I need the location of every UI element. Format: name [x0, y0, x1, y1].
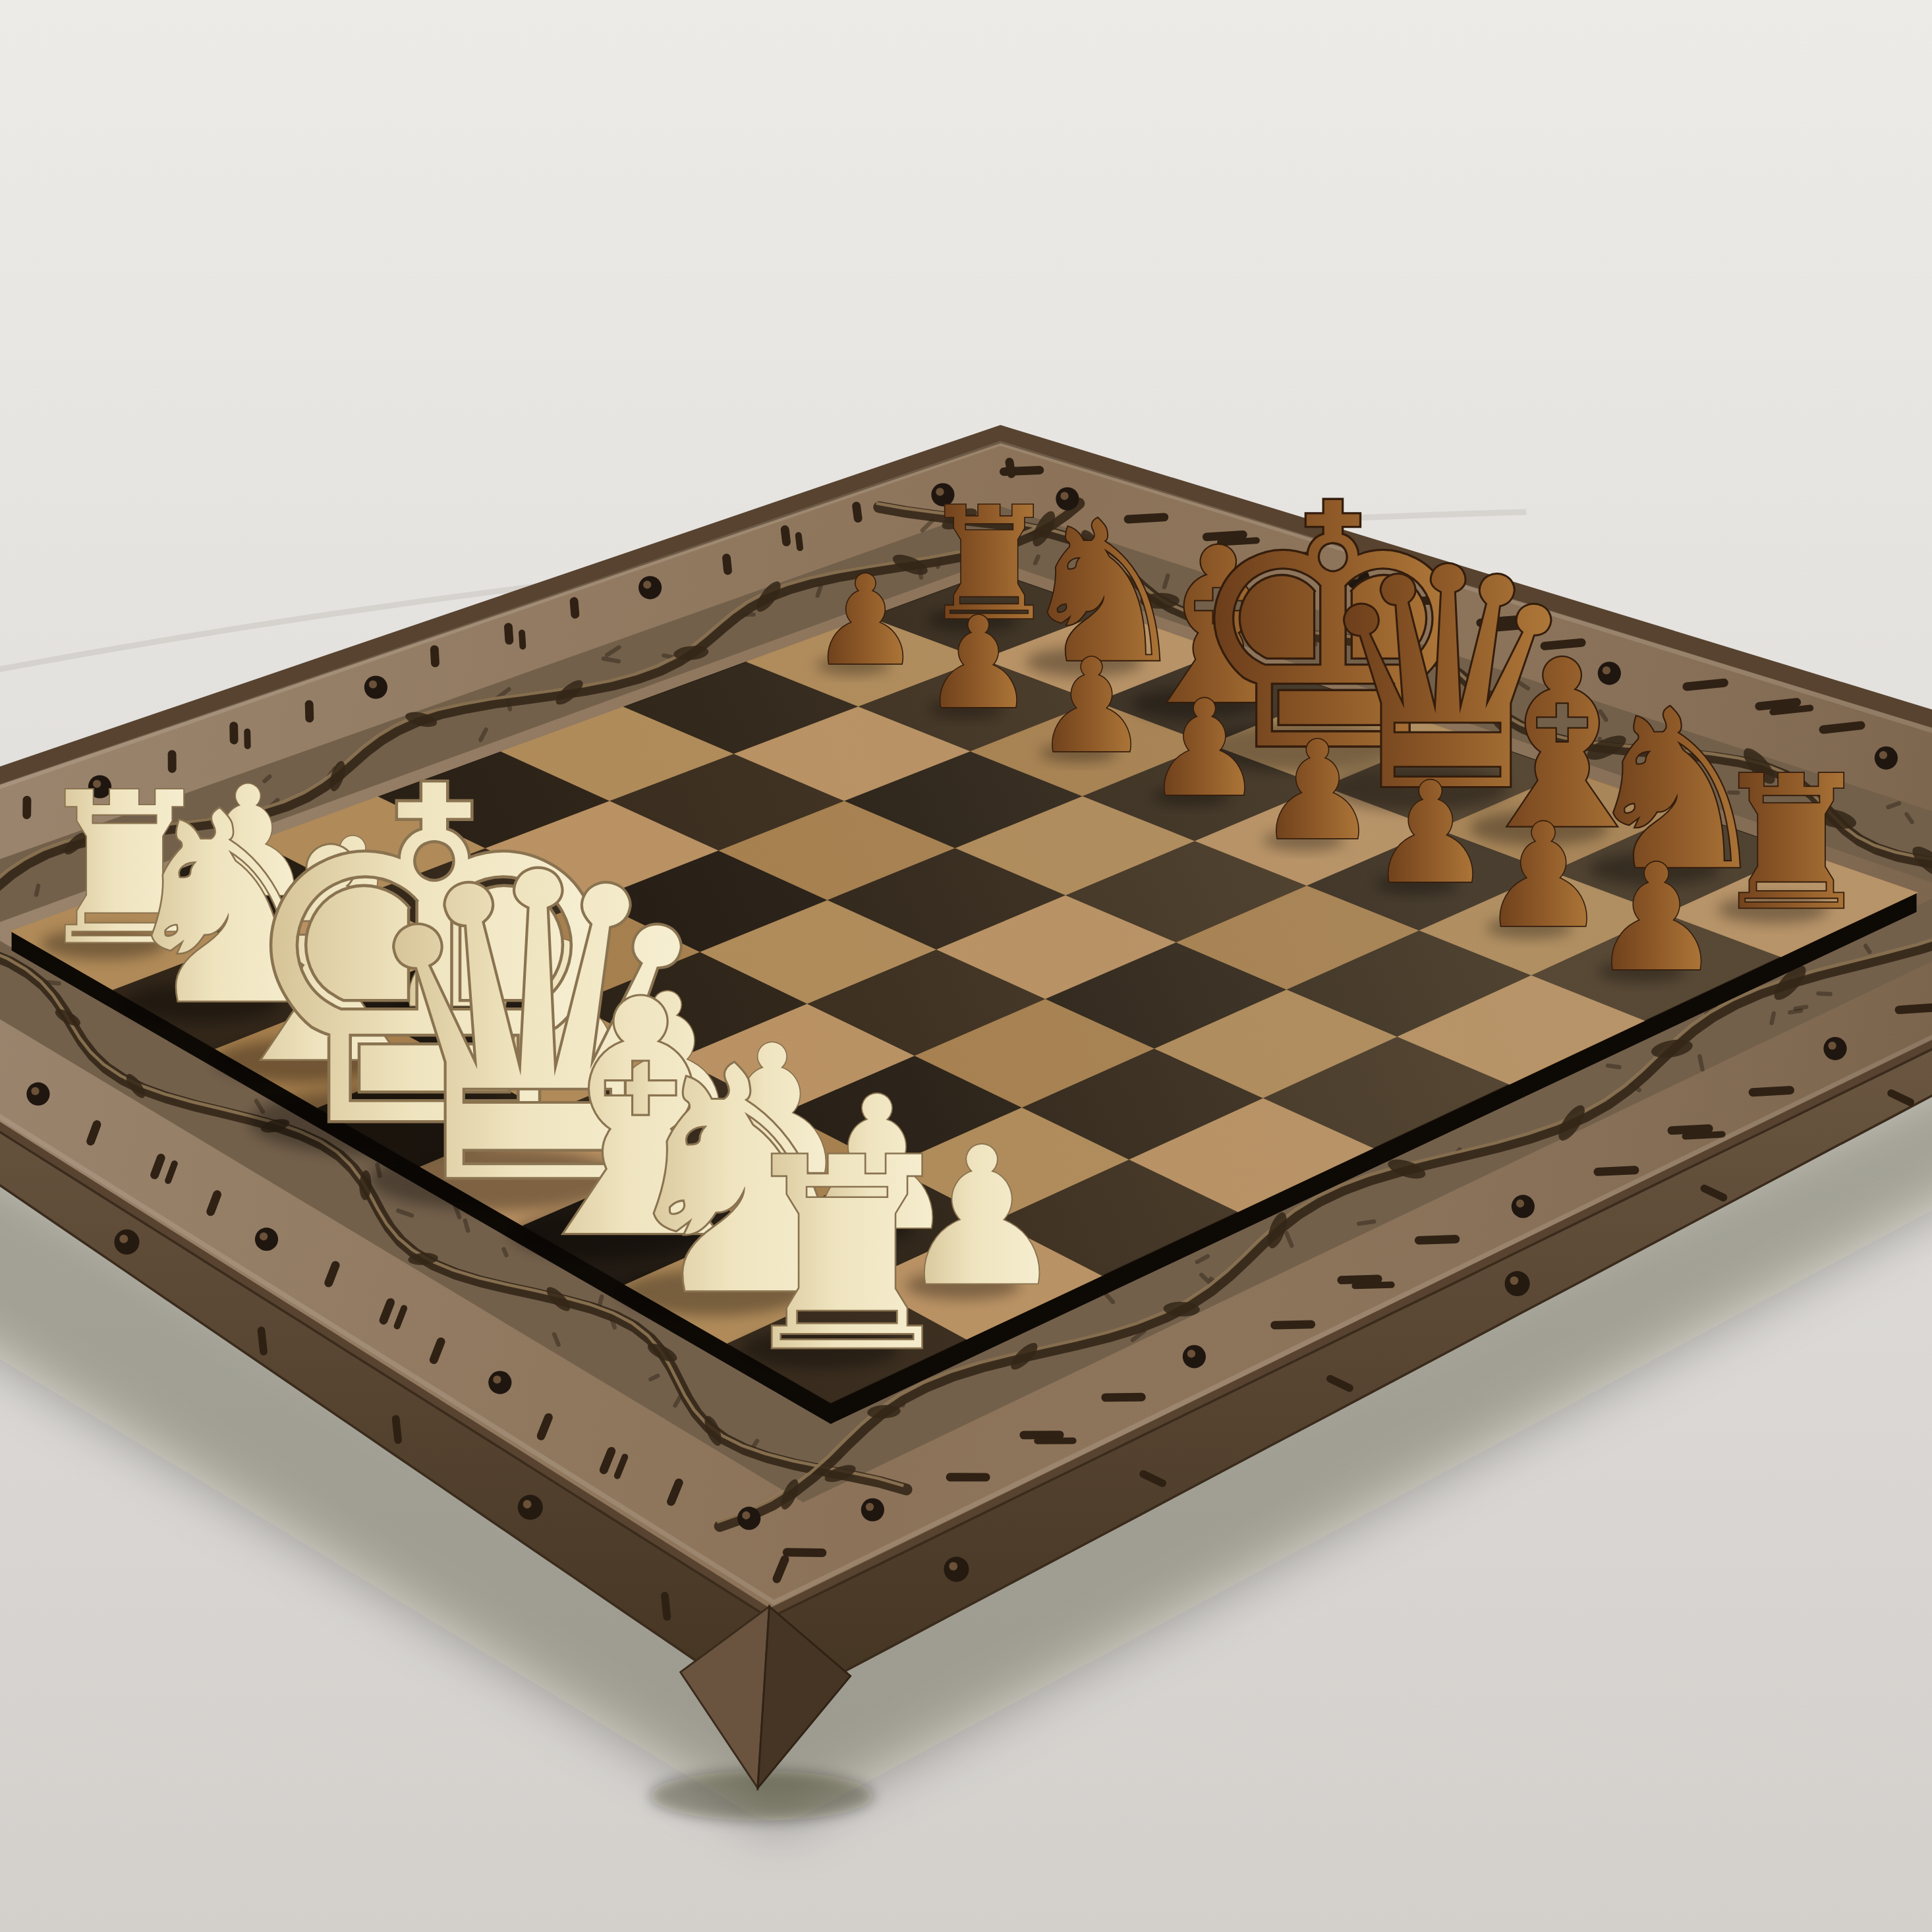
piece-black-pawn-c7[interactable]: ♟: [1368, 753, 1493, 915]
piece-black-pawn-b7[interactable]: ♟: [1479, 793, 1608, 959]
piece-white-rook-a1[interactable]: ♜: [729, 1102, 966, 1409]
piece-black-pawn-d7[interactable]: ♟: [1257, 712, 1378, 870]
piece-black-pawn-f7[interactable]: ♟: [1033, 631, 1149, 781]
piece-black-pawn-g7[interactable]: ♟: [922, 590, 1035, 737]
piece-black-pawn-a7[interactable]: ♟: [1591, 832, 1723, 1004]
photo-stage: ♜♞♟♝♟♚♟♛♟♝♟♞♟♟♜♟♜♟♟♞♟♝♟♟♚♟♛♟♝♟♞♜: [0, 0, 1932, 1932]
piece-black-pawn-h7[interactable]: ♟: [810, 549, 921, 693]
piece-black-pawn-e7[interactable]: ♟: [1145, 671, 1264, 826]
piece-black-rook-a8[interactable]: ♜: [1709, 736, 1874, 951]
chessboard-photo: ♜♞♟♝♟♚♟♛♟♝♟♞♟♟♜♟♜♟♟♞♟♝♟♟♚♟♛♟♝♟♞♜: [0, 0, 1932, 1932]
